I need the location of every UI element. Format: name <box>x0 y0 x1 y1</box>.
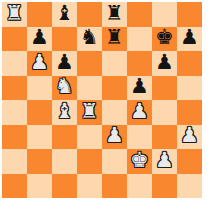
square-g6[interactable]: ♟ <box>152 51 177 76</box>
square-a8[interactable]: ♜ <box>2 2 27 27</box>
piece-white-knight[interactable]: ♞ <box>55 76 74 97</box>
square-c5[interactable]: ♞ <box>52 76 77 101</box>
piece-black-knight[interactable]: ♞ <box>80 27 99 48</box>
piece-black-bishop[interactable]: ♝ <box>55 3 74 24</box>
piece-white-bishop[interactable]: ♝ <box>55 101 74 122</box>
piece-white-king[interactable]: ♚ <box>130 150 149 171</box>
square-g4[interactable] <box>152 100 177 125</box>
square-b5[interactable] <box>27 76 52 101</box>
square-h5[interactable] <box>177 76 202 101</box>
square-f1[interactable] <box>127 174 152 199</box>
square-f7[interactable] <box>127 27 152 52</box>
square-c3[interactable] <box>52 125 77 150</box>
square-a2[interactable] <box>2 149 27 174</box>
square-b7[interactable]: ♟ <box>27 27 52 52</box>
square-e4[interactable] <box>102 100 127 125</box>
square-e3[interactable]: ♟ <box>102 125 127 150</box>
square-b3[interactable] <box>27 125 52 150</box>
square-c6[interactable]: ♟ <box>52 51 77 76</box>
square-e5[interactable] <box>102 76 127 101</box>
piece-white-pawn[interactable]: ♟ <box>105 125 124 146</box>
square-d5[interactable] <box>77 76 102 101</box>
square-h6[interactable] <box>177 51 202 76</box>
piece-black-pawn[interactable]: ♟ <box>130 76 149 97</box>
square-f5[interactable]: ♟ <box>127 76 152 101</box>
piece-black-pawn[interactable]: ♟ <box>55 52 74 73</box>
square-g7[interactable]: ♚ <box>152 27 177 52</box>
square-d6[interactable] <box>77 51 102 76</box>
square-e6[interactable] <box>102 51 127 76</box>
square-d2[interactable] <box>77 149 102 174</box>
square-d1[interactable] <box>77 174 102 199</box>
piece-white-pawn[interactable]: ♟ <box>130 101 149 122</box>
square-h1[interactable] <box>177 174 202 199</box>
square-a3[interactable] <box>2 125 27 150</box>
square-h4[interactable] <box>177 100 202 125</box>
square-f8[interactable] <box>127 2 152 27</box>
square-g2[interactable]: ♟ <box>152 149 177 174</box>
square-d7[interactable]: ♞ <box>77 27 102 52</box>
square-c7[interactable] <box>52 27 77 52</box>
square-a1[interactable] <box>2 174 27 199</box>
square-b4[interactable] <box>27 100 52 125</box>
square-d3[interactable] <box>77 125 102 150</box>
square-c1[interactable] <box>52 174 77 199</box>
square-g5[interactable] <box>152 76 177 101</box>
square-c4[interactable]: ♝ <box>52 100 77 125</box>
square-g1[interactable] <box>152 174 177 199</box>
square-e8[interactable]: ♜ <box>102 2 127 27</box>
piece-white-pawn[interactable]: ♟ <box>180 125 199 146</box>
piece-white-rook[interactable]: ♜ <box>80 101 99 122</box>
piece-white-rook[interactable]: ♜ <box>5 3 24 24</box>
square-g3[interactable] <box>152 125 177 150</box>
square-c2[interactable] <box>52 149 77 174</box>
piece-black-pawn[interactable]: ♟ <box>155 52 174 73</box>
square-b6[interactable]: ♟ <box>27 51 52 76</box>
piece-black-king[interactable]: ♚ <box>155 27 174 48</box>
square-a4[interactable] <box>2 100 27 125</box>
square-e1[interactable] <box>102 174 127 199</box>
square-e2[interactable] <box>102 149 127 174</box>
piece-white-pawn[interactable]: ♟ <box>30 52 49 73</box>
square-e7[interactable]: ♜ <box>102 27 127 52</box>
piece-black-rook[interactable]: ♜ <box>105 27 124 48</box>
square-d8[interactable] <box>77 2 102 27</box>
piece-black-pawn[interactable]: ♟ <box>30 27 49 48</box>
square-h8[interactable] <box>177 2 202 27</box>
square-b2[interactable] <box>27 149 52 174</box>
piece-black-rook[interactable]: ♜ <box>105 3 124 24</box>
square-d4[interactable]: ♜ <box>77 100 102 125</box>
square-f3[interactable] <box>127 125 152 150</box>
square-a7[interactable] <box>2 27 27 52</box>
square-f2[interactable]: ♚ <box>127 149 152 174</box>
chess-board: ♜♝♜♟♞♜♚♟♟♟♟♞♟♝♜♟♟♟♚♟ <box>2 2 202 198</box>
piece-black-pawn[interactable]: ♟ <box>180 27 199 48</box>
square-f6[interactable] <box>127 51 152 76</box>
chess-board-screenshot: ♜♝♜♟♞♜♚♟♟♟♟♞♟♝♜♟♟♟♚♟ <box>0 0 212 200</box>
square-h2[interactable] <box>177 149 202 174</box>
piece-white-pawn[interactable]: ♟ <box>155 150 174 171</box>
square-h7[interactable]: ♟ <box>177 27 202 52</box>
square-b1[interactable] <box>27 174 52 199</box>
square-h3[interactable]: ♟ <box>177 125 202 150</box>
square-b8[interactable] <box>27 2 52 27</box>
square-g8[interactable] <box>152 2 177 27</box>
square-a6[interactable] <box>2 51 27 76</box>
square-a5[interactable] <box>2 76 27 101</box>
square-f4[interactable]: ♟ <box>127 100 152 125</box>
square-c8[interactable]: ♝ <box>52 2 77 27</box>
